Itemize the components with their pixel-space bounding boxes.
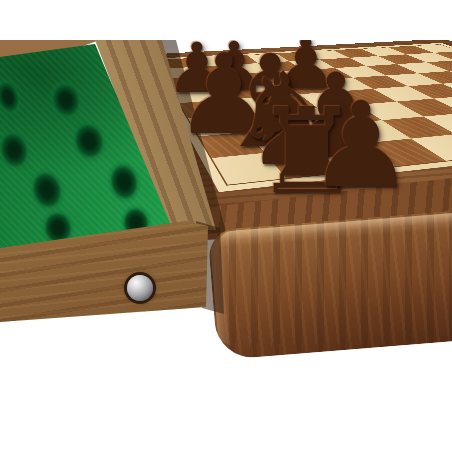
chess-piece-c1: ♟ [308, 86, 414, 204]
chess-set-product-photo: ♟♟♟♟♝♞♟♜♟ [0, 0, 452, 452]
photo-area: ♟♟♟♟♝♞♟♜♟ [0, 0, 452, 452]
pieces-layer: ♟♟♟♟♝♞♟♜♟ [0, 0, 452, 452]
